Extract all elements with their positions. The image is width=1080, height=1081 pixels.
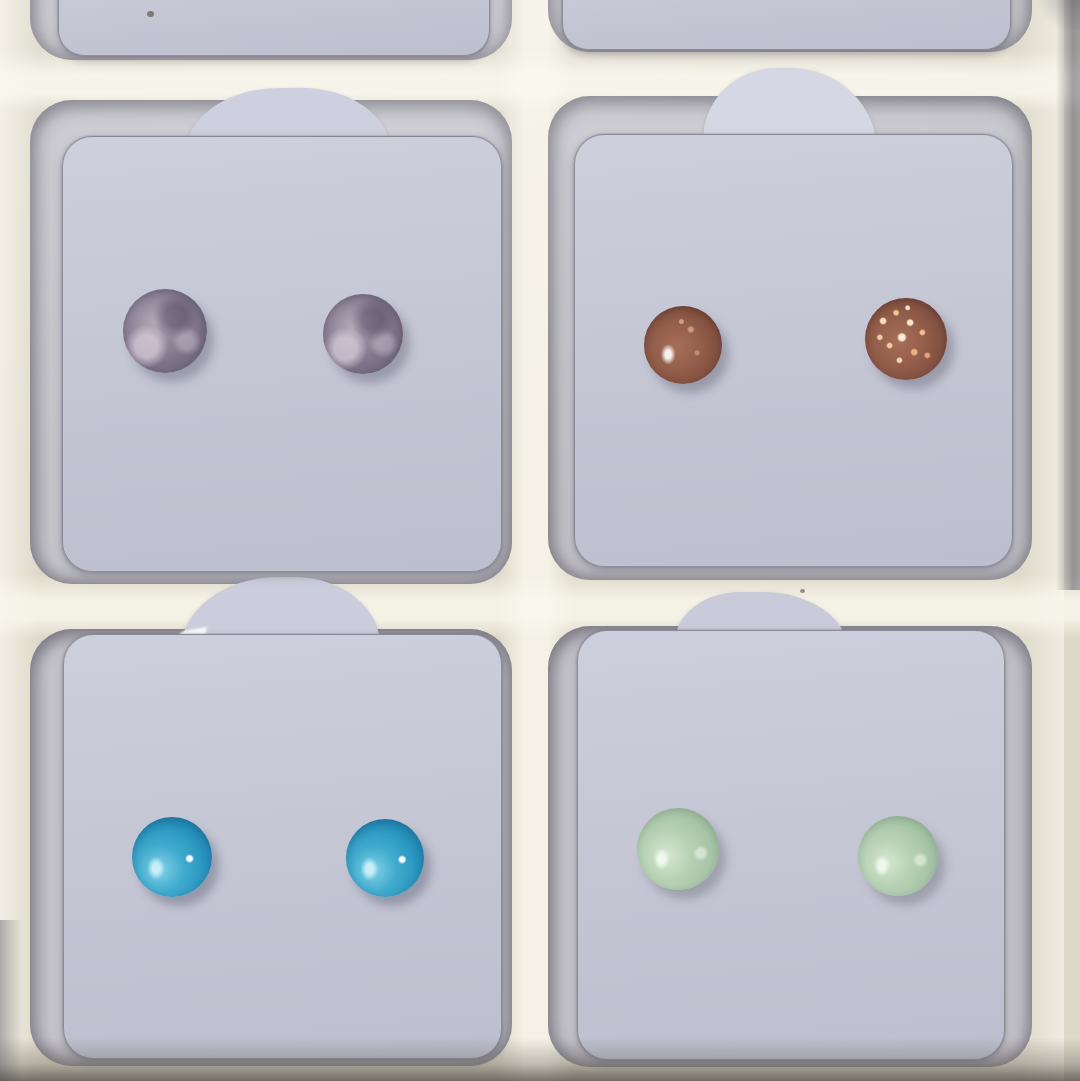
goldstone-stud-right — [865, 298, 947, 380]
amethyst-stud-right — [323, 294, 403, 374]
dust-speck — [800, 589, 805, 593]
earring-card-turquoise — [63, 634, 502, 1059]
adjacent-compartment-shadow-left — [0, 920, 22, 1081]
adjacent-compartment-shadow-corner — [1030, 0, 1080, 30]
earring-card-goldstone — [574, 134, 1013, 567]
green-aventurine-stud-right — [858, 816, 938, 896]
amethyst-stud-left — [123, 289, 207, 373]
goldstone-stud-left — [644, 306, 722, 384]
turquoise-stud-left — [132, 817, 212, 897]
earring-card-top-left-partial — [58, 0, 490, 56]
dust-speck — [147, 11, 154, 17]
green-aventurine-stud-left — [637, 808, 719, 890]
adjacent-compartment-shadow-right — [1056, 0, 1080, 590]
turquoise-stud-right — [346, 819, 424, 897]
earring-card-top-right-partial — [562, 0, 1011, 50]
jewelry-tray-photo — [0, 0, 1080, 1081]
earring-card-amethyst — [62, 136, 502, 572]
